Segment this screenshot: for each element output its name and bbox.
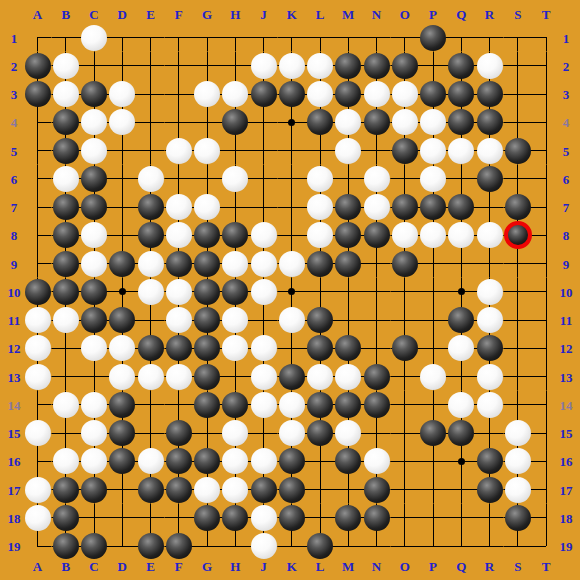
cell-M12[interactable] bbox=[334, 334, 362, 362]
cell-F15[interactable] bbox=[165, 419, 193, 447]
cell-Q4[interactable] bbox=[447, 108, 475, 136]
cell-S14[interactable] bbox=[504, 391, 532, 419]
cell-B2[interactable] bbox=[52, 52, 80, 80]
cell-C16[interactable] bbox=[80, 447, 108, 475]
cell-E10[interactable] bbox=[136, 278, 164, 306]
cell-D17[interactable] bbox=[108, 475, 136, 503]
cell-A15[interactable] bbox=[23, 419, 51, 447]
cell-B10[interactable] bbox=[52, 278, 80, 306]
cell-B19[interactable] bbox=[52, 532, 80, 560]
cell-A9[interactable] bbox=[23, 249, 51, 277]
cell-R16[interactable] bbox=[475, 447, 503, 475]
cell-Q15[interactable] bbox=[447, 419, 475, 447]
cell-C12[interactable] bbox=[80, 334, 108, 362]
cell-R13[interactable] bbox=[475, 362, 503, 390]
cell-G19[interactable] bbox=[193, 532, 221, 560]
cell-H9[interactable] bbox=[221, 249, 249, 277]
cell-H14[interactable] bbox=[221, 391, 249, 419]
cell-L8[interactable] bbox=[306, 221, 334, 249]
cell-A17[interactable] bbox=[23, 475, 51, 503]
cell-T7[interactable] bbox=[532, 193, 560, 221]
cell-K13[interactable] bbox=[278, 362, 306, 390]
cell-D14[interactable] bbox=[108, 391, 136, 419]
cell-R14[interactable] bbox=[475, 391, 503, 419]
cell-R19[interactable] bbox=[475, 532, 503, 560]
cell-L13[interactable] bbox=[306, 362, 334, 390]
cell-Q3[interactable] bbox=[447, 80, 475, 108]
cell-A10[interactable] bbox=[23, 278, 51, 306]
cell-E9[interactable] bbox=[136, 249, 164, 277]
cell-G17[interactable] bbox=[193, 475, 221, 503]
cell-N13[interactable] bbox=[362, 362, 390, 390]
cell-J3[interactable] bbox=[249, 80, 277, 108]
cell-Q17[interactable] bbox=[447, 475, 475, 503]
cell-M13[interactable] bbox=[334, 362, 362, 390]
cell-J5[interactable] bbox=[249, 136, 277, 164]
cell-T11[interactable] bbox=[532, 306, 560, 334]
cell-H13[interactable] bbox=[221, 362, 249, 390]
cell-B3[interactable] bbox=[52, 80, 80, 108]
cell-O10[interactable] bbox=[391, 278, 419, 306]
cell-E17[interactable] bbox=[136, 475, 164, 503]
cell-O9[interactable] bbox=[391, 249, 419, 277]
cell-T10[interactable] bbox=[532, 278, 560, 306]
cell-F11[interactable] bbox=[165, 306, 193, 334]
cell-L10[interactable] bbox=[306, 278, 334, 306]
cell-T18[interactable] bbox=[532, 504, 560, 532]
cell-O4[interactable] bbox=[391, 108, 419, 136]
cell-B15[interactable] bbox=[52, 419, 80, 447]
cell-F6[interactable] bbox=[165, 165, 193, 193]
cell-Q11[interactable] bbox=[447, 306, 475, 334]
cell-P6[interactable] bbox=[419, 165, 447, 193]
cell-D6[interactable] bbox=[108, 165, 136, 193]
cell-B16[interactable] bbox=[52, 447, 80, 475]
cell-K15[interactable] bbox=[278, 419, 306, 447]
cell-C9[interactable] bbox=[80, 249, 108, 277]
cell-E2[interactable] bbox=[136, 52, 164, 80]
cell-Q10[interactable] bbox=[447, 278, 475, 306]
cell-P10[interactable] bbox=[419, 278, 447, 306]
cell-K10[interactable] bbox=[278, 278, 306, 306]
cell-T2[interactable] bbox=[532, 52, 560, 80]
cell-C10[interactable] bbox=[80, 278, 108, 306]
cell-M1[interactable] bbox=[334, 23, 362, 51]
cell-B1[interactable] bbox=[52, 23, 80, 51]
cell-O11[interactable] bbox=[391, 306, 419, 334]
cell-J13[interactable] bbox=[249, 362, 277, 390]
cell-P8[interactable] bbox=[419, 221, 447, 249]
cell-P18[interactable] bbox=[419, 504, 447, 532]
cell-R2[interactable] bbox=[475, 52, 503, 80]
cell-Q19[interactable] bbox=[447, 532, 475, 560]
cell-R11[interactable] bbox=[475, 306, 503, 334]
cell-S3[interactable] bbox=[504, 80, 532, 108]
cell-G4[interactable] bbox=[193, 108, 221, 136]
cell-S19[interactable] bbox=[504, 532, 532, 560]
cell-E19[interactable] bbox=[136, 532, 164, 560]
cell-O15[interactable] bbox=[391, 419, 419, 447]
cell-K17[interactable] bbox=[278, 475, 306, 503]
cell-H17[interactable] bbox=[221, 475, 249, 503]
cell-F17[interactable] bbox=[165, 475, 193, 503]
cell-Q12[interactable] bbox=[447, 334, 475, 362]
cell-N11[interactable] bbox=[362, 306, 390, 334]
cell-O16[interactable] bbox=[391, 447, 419, 475]
cell-T12[interactable] bbox=[532, 334, 560, 362]
cell-A1[interactable] bbox=[23, 23, 51, 51]
cell-N8[interactable] bbox=[362, 221, 390, 249]
cell-G10[interactable] bbox=[193, 278, 221, 306]
cell-Q16[interactable] bbox=[447, 447, 475, 475]
cell-P5[interactable] bbox=[419, 136, 447, 164]
cell-T14[interactable] bbox=[532, 391, 560, 419]
cell-O14[interactable] bbox=[391, 391, 419, 419]
cell-L11[interactable] bbox=[306, 306, 334, 334]
cell-C1[interactable] bbox=[80, 23, 108, 51]
cell-H19[interactable] bbox=[221, 532, 249, 560]
cell-K14[interactable] bbox=[278, 391, 306, 419]
cell-N4[interactable] bbox=[362, 108, 390, 136]
cell-N6[interactable] bbox=[362, 165, 390, 193]
cell-G16[interactable] bbox=[193, 447, 221, 475]
cell-D2[interactable] bbox=[108, 52, 136, 80]
cell-T8[interactable] bbox=[532, 221, 560, 249]
cell-S13[interactable] bbox=[504, 362, 532, 390]
cell-M16[interactable] bbox=[334, 447, 362, 475]
cell-H3[interactable] bbox=[221, 80, 249, 108]
cell-E6[interactable] bbox=[136, 165, 164, 193]
cell-T1[interactable] bbox=[532, 23, 560, 51]
cell-P13[interactable] bbox=[419, 362, 447, 390]
cell-H5[interactable] bbox=[221, 136, 249, 164]
cell-C17[interactable] bbox=[80, 475, 108, 503]
cell-S9[interactable] bbox=[504, 249, 532, 277]
cell-R17[interactable] bbox=[475, 475, 503, 503]
cell-J6[interactable] bbox=[249, 165, 277, 193]
cell-J19[interactable] bbox=[249, 532, 277, 560]
cell-J18[interactable] bbox=[249, 504, 277, 532]
cell-P1[interactable] bbox=[419, 23, 447, 51]
cell-C15[interactable] bbox=[80, 419, 108, 447]
cell-G1[interactable] bbox=[193, 23, 221, 51]
cell-T3[interactable] bbox=[532, 80, 560, 108]
cell-N14[interactable] bbox=[362, 391, 390, 419]
cell-R6[interactable] bbox=[475, 165, 503, 193]
cell-A14[interactable] bbox=[23, 391, 51, 419]
cell-B14[interactable] bbox=[52, 391, 80, 419]
cell-M8[interactable] bbox=[334, 221, 362, 249]
cell-K19[interactable] bbox=[278, 532, 306, 560]
cell-C7[interactable] bbox=[80, 193, 108, 221]
cell-F5[interactable] bbox=[165, 136, 193, 164]
cell-G5[interactable] bbox=[193, 136, 221, 164]
cell-C18[interactable] bbox=[80, 504, 108, 532]
cell-J1[interactable] bbox=[249, 23, 277, 51]
cell-E8[interactable] bbox=[136, 221, 164, 249]
cell-A18[interactable] bbox=[23, 504, 51, 532]
cell-A2[interactable] bbox=[23, 52, 51, 80]
cell-L19[interactable] bbox=[306, 532, 334, 560]
cell-D9[interactable] bbox=[108, 249, 136, 277]
cell-O19[interactable] bbox=[391, 532, 419, 560]
cell-L9[interactable] bbox=[306, 249, 334, 277]
cell-S16[interactable] bbox=[504, 447, 532, 475]
cell-H2[interactable] bbox=[221, 52, 249, 80]
cell-H7[interactable] bbox=[221, 193, 249, 221]
cell-K16[interactable] bbox=[278, 447, 306, 475]
cell-O12[interactable] bbox=[391, 334, 419, 362]
cell-T17[interactable] bbox=[532, 475, 560, 503]
cell-M5[interactable] bbox=[334, 136, 362, 164]
cell-H11[interactable] bbox=[221, 306, 249, 334]
cell-K7[interactable] bbox=[278, 193, 306, 221]
cell-M4[interactable] bbox=[334, 108, 362, 136]
cell-E7[interactable] bbox=[136, 193, 164, 221]
cell-N2[interactable] bbox=[362, 52, 390, 80]
cell-T13[interactable] bbox=[532, 362, 560, 390]
cell-L2[interactable] bbox=[306, 52, 334, 80]
cell-S7[interactable] bbox=[504, 193, 532, 221]
cell-S4[interactable] bbox=[504, 108, 532, 136]
cell-A11[interactable] bbox=[23, 306, 51, 334]
cell-T15[interactable] bbox=[532, 419, 560, 447]
cell-A5[interactable] bbox=[23, 136, 51, 164]
cell-D16[interactable] bbox=[108, 447, 136, 475]
cell-N7[interactable] bbox=[362, 193, 390, 221]
cell-J4[interactable] bbox=[249, 108, 277, 136]
cell-L18[interactable] bbox=[306, 504, 334, 532]
cell-R12[interactable] bbox=[475, 334, 503, 362]
cell-C3[interactable] bbox=[80, 80, 108, 108]
cell-H8[interactable] bbox=[221, 221, 249, 249]
cell-J14[interactable] bbox=[249, 391, 277, 419]
cell-N19[interactable] bbox=[362, 532, 390, 560]
cell-J16[interactable] bbox=[249, 447, 277, 475]
cell-R8[interactable] bbox=[475, 221, 503, 249]
cell-F4[interactable] bbox=[165, 108, 193, 136]
cell-F18[interactable] bbox=[165, 504, 193, 532]
cell-G2[interactable] bbox=[193, 52, 221, 80]
cell-C13[interactable] bbox=[80, 362, 108, 390]
cell-C19[interactable] bbox=[80, 532, 108, 560]
cell-L17[interactable] bbox=[306, 475, 334, 503]
cell-F16[interactable] bbox=[165, 447, 193, 475]
cell-R10[interactable] bbox=[475, 278, 503, 306]
cell-G15[interactable] bbox=[193, 419, 221, 447]
cell-E12[interactable] bbox=[136, 334, 164, 362]
cell-G9[interactable] bbox=[193, 249, 221, 277]
cell-M17[interactable] bbox=[334, 475, 362, 503]
cell-R3[interactable] bbox=[475, 80, 503, 108]
cell-H1[interactable] bbox=[221, 23, 249, 51]
cell-L5[interactable] bbox=[306, 136, 334, 164]
cell-B8[interactable] bbox=[52, 221, 80, 249]
cell-K1[interactable] bbox=[278, 23, 306, 51]
cell-H10[interactable] bbox=[221, 278, 249, 306]
cell-Q7[interactable] bbox=[447, 193, 475, 221]
cell-N1[interactable] bbox=[362, 23, 390, 51]
cell-D18[interactable] bbox=[108, 504, 136, 532]
cell-S5[interactable] bbox=[504, 136, 532, 164]
cell-R15[interactable] bbox=[475, 419, 503, 447]
cell-M6[interactable] bbox=[334, 165, 362, 193]
cell-A7[interactable] bbox=[23, 193, 51, 221]
cell-E3[interactable] bbox=[136, 80, 164, 108]
cell-Q5[interactable] bbox=[447, 136, 475, 164]
cell-B4[interactable] bbox=[52, 108, 80, 136]
cell-E4[interactable] bbox=[136, 108, 164, 136]
cell-R18[interactable] bbox=[475, 504, 503, 532]
cell-K3[interactable] bbox=[278, 80, 306, 108]
cell-J2[interactable] bbox=[249, 52, 277, 80]
cell-L16[interactable] bbox=[306, 447, 334, 475]
cell-H6[interactable] bbox=[221, 165, 249, 193]
cell-Q18[interactable] bbox=[447, 504, 475, 532]
cell-Q14[interactable] bbox=[447, 391, 475, 419]
cell-P14[interactable] bbox=[419, 391, 447, 419]
cell-D15[interactable] bbox=[108, 419, 136, 447]
cell-K5[interactable] bbox=[278, 136, 306, 164]
cell-P2[interactable] bbox=[419, 52, 447, 80]
cell-F10[interactable] bbox=[165, 278, 193, 306]
cell-E5[interactable] bbox=[136, 136, 164, 164]
cell-J17[interactable] bbox=[249, 475, 277, 503]
cell-B7[interactable] bbox=[52, 193, 80, 221]
cell-O7[interactable] bbox=[391, 193, 419, 221]
cell-Q8[interactable] bbox=[447, 221, 475, 249]
cell-R7[interactable] bbox=[475, 193, 503, 221]
cell-P12[interactable] bbox=[419, 334, 447, 362]
cell-E13[interactable] bbox=[136, 362, 164, 390]
cell-H18[interactable] bbox=[221, 504, 249, 532]
cell-B18[interactable] bbox=[52, 504, 80, 532]
cell-R9[interactable] bbox=[475, 249, 503, 277]
cell-J15[interactable] bbox=[249, 419, 277, 447]
cell-F8[interactable] bbox=[165, 221, 193, 249]
cell-T4[interactable] bbox=[532, 108, 560, 136]
cell-B17[interactable] bbox=[52, 475, 80, 503]
cell-L1[interactable] bbox=[306, 23, 334, 51]
cell-T5[interactable] bbox=[532, 136, 560, 164]
cell-G18[interactable] bbox=[193, 504, 221, 532]
cell-S8[interactable] bbox=[504, 221, 532, 249]
cell-N5[interactable] bbox=[362, 136, 390, 164]
cell-B11[interactable] bbox=[52, 306, 80, 334]
cell-T6[interactable] bbox=[532, 165, 560, 193]
cell-F13[interactable] bbox=[165, 362, 193, 390]
cell-L15[interactable] bbox=[306, 419, 334, 447]
cell-S12[interactable] bbox=[504, 334, 532, 362]
cell-N18[interactable] bbox=[362, 504, 390, 532]
cell-K18[interactable] bbox=[278, 504, 306, 532]
cell-G3[interactable] bbox=[193, 80, 221, 108]
cell-K8[interactable] bbox=[278, 221, 306, 249]
cell-H4[interactable] bbox=[221, 108, 249, 136]
cell-M14[interactable] bbox=[334, 391, 362, 419]
cell-N17[interactable] bbox=[362, 475, 390, 503]
cell-P11[interactable] bbox=[419, 306, 447, 334]
cell-G11[interactable] bbox=[193, 306, 221, 334]
cell-O2[interactable] bbox=[391, 52, 419, 80]
cell-E1[interactable] bbox=[136, 23, 164, 51]
cell-P16[interactable] bbox=[419, 447, 447, 475]
cell-A6[interactable] bbox=[23, 165, 51, 193]
cell-R1[interactable] bbox=[475, 23, 503, 51]
cell-M9[interactable] bbox=[334, 249, 362, 277]
cell-A16[interactable] bbox=[23, 447, 51, 475]
cell-H15[interactable] bbox=[221, 419, 249, 447]
cell-C14[interactable] bbox=[80, 391, 108, 419]
cell-D3[interactable] bbox=[108, 80, 136, 108]
cell-L4[interactable] bbox=[306, 108, 334, 136]
cell-F9[interactable] bbox=[165, 249, 193, 277]
cell-G13[interactable] bbox=[193, 362, 221, 390]
cell-M15[interactable] bbox=[334, 419, 362, 447]
cell-R5[interactable] bbox=[475, 136, 503, 164]
cell-P19[interactable] bbox=[419, 532, 447, 560]
cell-N16[interactable] bbox=[362, 447, 390, 475]
cell-D13[interactable] bbox=[108, 362, 136, 390]
cell-J9[interactable] bbox=[249, 249, 277, 277]
cell-E16[interactable] bbox=[136, 447, 164, 475]
cell-N10[interactable] bbox=[362, 278, 390, 306]
cell-M11[interactable] bbox=[334, 306, 362, 334]
cell-M3[interactable] bbox=[334, 80, 362, 108]
cell-O6[interactable] bbox=[391, 165, 419, 193]
cell-F19[interactable] bbox=[165, 532, 193, 560]
cell-J7[interactable] bbox=[249, 193, 277, 221]
cell-E15[interactable] bbox=[136, 419, 164, 447]
cell-E14[interactable] bbox=[136, 391, 164, 419]
cell-D7[interactable] bbox=[108, 193, 136, 221]
cell-S2[interactable] bbox=[504, 52, 532, 80]
cell-G8[interactable] bbox=[193, 221, 221, 249]
cell-D19[interactable] bbox=[108, 532, 136, 560]
cell-Q2[interactable] bbox=[447, 52, 475, 80]
cell-O8[interactable] bbox=[391, 221, 419, 249]
cell-M10[interactable] bbox=[334, 278, 362, 306]
cell-N15[interactable] bbox=[362, 419, 390, 447]
cell-K12[interactable] bbox=[278, 334, 306, 362]
cell-D10[interactable] bbox=[108, 278, 136, 306]
cell-P4[interactable] bbox=[419, 108, 447, 136]
cell-P9[interactable] bbox=[419, 249, 447, 277]
cell-O3[interactable] bbox=[391, 80, 419, 108]
cell-E18[interactable] bbox=[136, 504, 164, 532]
cell-T16[interactable] bbox=[532, 447, 560, 475]
cell-D12[interactable] bbox=[108, 334, 136, 362]
cell-H16[interactable] bbox=[221, 447, 249, 475]
cell-S1[interactable] bbox=[504, 23, 532, 51]
cell-F2[interactable] bbox=[165, 52, 193, 80]
cell-A8[interactable] bbox=[23, 221, 51, 249]
cell-O5[interactable] bbox=[391, 136, 419, 164]
cell-C8[interactable] bbox=[80, 221, 108, 249]
cell-B13[interactable] bbox=[52, 362, 80, 390]
cell-F3[interactable] bbox=[165, 80, 193, 108]
cell-L3[interactable] bbox=[306, 80, 334, 108]
cell-R4[interactable] bbox=[475, 108, 503, 136]
cell-S18[interactable] bbox=[504, 504, 532, 532]
cell-S17[interactable] bbox=[504, 475, 532, 503]
cell-A19[interactable] bbox=[23, 532, 51, 560]
cell-G12[interactable] bbox=[193, 334, 221, 362]
cell-K2[interactable] bbox=[278, 52, 306, 80]
cell-F12[interactable] bbox=[165, 334, 193, 362]
cell-C11[interactable] bbox=[80, 306, 108, 334]
cell-B6[interactable] bbox=[52, 165, 80, 193]
